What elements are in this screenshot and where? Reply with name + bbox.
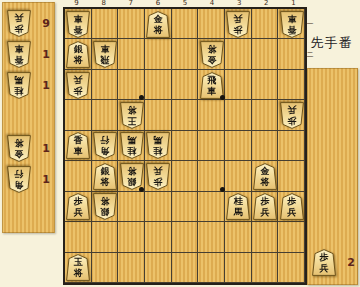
file-label: 9 [63, 0, 90, 7]
square-7-4[interactable]: 王将 [118, 100, 145, 130]
square-9-9[interactable]: 玉将 [65, 253, 92, 283]
piece-gote-pawn: 歩兵 [7, 10, 31, 37]
file-label: 7 [117, 0, 144, 7]
square-8-6[interactable]: 銀将 [92, 161, 119, 191]
square-4-8[interactable] [198, 222, 225, 252]
turn-indicator: 先手番 [303, 34, 360, 52]
square-7-2[interactable] [118, 39, 145, 69]
square-5-4[interactable] [172, 100, 199, 130]
square-6-4[interactable] [145, 100, 172, 130]
piece-sente-silver: 銀将 [66, 41, 90, 68]
hand-slot-lance[interactable]: 香車1 [7, 41, 53, 69]
piece-gote-lance: 香車 [66, 11, 90, 38]
square-1-3[interactable] [278, 70, 305, 100]
square-8-5[interactable]: 角行 [92, 131, 119, 161]
square-2-7[interactable]: 歩兵 [252, 192, 279, 222]
hand-slot-pawn[interactable]: 歩兵9 [7, 10, 53, 38]
piece-gote-knight: 桂馬 [7, 72, 31, 99]
square-2-2[interactable] [252, 39, 279, 69]
piece-gote-lance: 香車 [280, 11, 304, 38]
hand-slot-pawn[interactable]: 歩兵2 [312, 249, 358, 277]
hoshi-dot [220, 95, 225, 100]
piece-sente-knight: 桂馬 [226, 193, 250, 220]
square-9-3[interactable]: 歩兵 [65, 70, 92, 100]
square-4-4[interactable] [198, 100, 225, 130]
square-5-3[interactable] [172, 70, 199, 100]
square-5-8[interactable] [172, 222, 199, 252]
square-8-2[interactable]: 飛車 [92, 39, 119, 69]
square-7-7[interactable] [118, 192, 145, 222]
shogi-board: 香車金将歩兵香車銀将飛車金将歩兵飛車王将歩兵香車角行桂馬桂馬銀将銀将歩兵金将歩兵… [63, 7, 307, 285]
piece-sente-pawn: 歩兵 [280, 193, 304, 220]
piece-gote-pawn: 歩兵 [146, 163, 170, 190]
file-label: 6 [144, 0, 171, 7]
square-7-8[interactable] [118, 222, 145, 252]
square-7-5[interactable]: 桂馬 [118, 131, 145, 161]
hand-count: 1 [39, 142, 53, 156]
square-5-2[interactable] [172, 39, 199, 69]
square-3-1[interactable]: 歩兵 [225, 9, 252, 39]
hand-count: 9 [39, 17, 53, 31]
piece-sente-gold: 金将 [253, 163, 277, 190]
square-3-9[interactable] [225, 253, 252, 283]
piece-gote-knight: 桂馬 [146, 132, 170, 159]
square-3-6[interactable] [225, 161, 252, 191]
square-8-1[interactable] [92, 9, 119, 39]
piece-gote-gold: 金将 [7, 135, 31, 162]
hoshi-dot [139, 187, 144, 192]
hoshi-dot [220, 187, 225, 192]
square-6-2[interactable] [145, 39, 172, 69]
square-8-4[interactable] [92, 100, 119, 130]
square-8-8[interactable] [92, 222, 119, 252]
hand-count: 1 [39, 48, 53, 62]
piece-sente-lance: 香車 [66, 132, 90, 159]
piece-sente-pawn: 歩兵 [312, 249, 336, 276]
square-1-7[interactable]: 歩兵 [278, 192, 305, 222]
piece-gote-silver: 銀将 [120, 163, 144, 190]
square-9-4[interactable] [65, 100, 92, 130]
piece-gote-rook: 飛車 [93, 41, 117, 68]
square-6-7[interactable] [145, 192, 172, 222]
file-label: 4 [199, 0, 226, 7]
square-6-8[interactable] [145, 222, 172, 252]
piece-gote-knight: 桂馬 [120, 132, 144, 159]
square-9-6[interactable] [65, 161, 92, 191]
square-1-5[interactable] [278, 131, 305, 161]
square-6-1[interactable]: 金将 [145, 9, 172, 39]
square-3-3[interactable] [225, 70, 252, 100]
square-6-3[interactable] [145, 70, 172, 100]
hand-slot-bishop[interactable]: 角行1 [7, 166, 53, 194]
square-7-1[interactable] [118, 9, 145, 39]
square-2-1[interactable] [252, 9, 279, 39]
square-2-5[interactable] [252, 131, 279, 161]
square-5-1[interactable] [172, 9, 199, 39]
square-2-3[interactable] [252, 70, 279, 100]
hand-slot-knight[interactable]: 桂馬1 [7, 72, 53, 100]
gote-captured-tray: 歩兵9香車1桂馬1金将1角行1 [2, 2, 55, 233]
piece-gote-pawn: 歩兵 [226, 11, 250, 38]
file-label: 8 [90, 0, 117, 7]
piece-gote-pawn: 歩兵 [280, 102, 304, 129]
square-9-2[interactable]: 銀将 [65, 39, 92, 69]
hand-count: 2 [344, 256, 358, 270]
square-1-4[interactable]: 歩兵 [278, 100, 305, 130]
hand-count: 1 [39, 173, 53, 187]
square-8-3[interactable] [92, 70, 119, 100]
file-label: 5 [171, 0, 198, 7]
square-7-9[interactable] [118, 253, 145, 283]
square-1-1[interactable]: 香車 [278, 9, 305, 39]
hand-count: 1 [39, 79, 53, 93]
square-1-2[interactable] [278, 39, 305, 69]
square-8-9[interactable] [92, 253, 119, 283]
sente-captured-tray: 歩兵2 [307, 68, 358, 285]
square-5-6[interactable] [172, 161, 199, 191]
piece-sente-gold: 金将 [146, 11, 170, 38]
square-4-2[interactable]: 金将 [198, 39, 225, 69]
square-9-7[interactable]: 歩兵 [65, 192, 92, 222]
piece-sente-silver: 銀将 [93, 163, 117, 190]
piece-sente-king: 玉将 [66, 254, 90, 281]
square-2-4[interactable] [252, 100, 279, 130]
square-6-9[interactable] [145, 253, 172, 283]
square-2-9[interactable] [252, 253, 279, 283]
square-4-7[interactable] [198, 192, 225, 222]
hoshi-dot [139, 95, 144, 100]
piece-sente-pawn: 歩兵 [253, 193, 277, 220]
piece-gote-king: 王将 [120, 102, 144, 129]
square-8-7[interactable]: 銀将 [92, 192, 119, 222]
square-1-9[interactable] [278, 253, 305, 283]
square-6-6[interactable]: 歩兵 [145, 161, 172, 191]
square-6-5[interactable]: 桂馬 [145, 131, 172, 161]
hand-slot-gold[interactable]: 金将1 [7, 135, 53, 163]
square-9-5[interactable]: 香車 [65, 131, 92, 161]
piece-gote-pawn: 歩兵 [66, 72, 90, 99]
square-5-9[interactable] [172, 253, 199, 283]
square-3-4[interactable] [225, 100, 252, 130]
square-2-8[interactable] [252, 222, 279, 252]
square-2-6[interactable]: 金将 [252, 161, 279, 191]
square-5-7[interactable] [172, 192, 199, 222]
piece-gote-bishop: 角行 [7, 166, 31, 193]
square-4-9[interactable] [198, 253, 225, 283]
piece-sente-pawn: 歩兵 [66, 193, 90, 220]
square-3-5[interactable] [225, 131, 252, 161]
file-label: 2 [253, 0, 280, 7]
square-4-1[interactable] [198, 9, 225, 39]
square-3-7[interactable]: 桂馬 [225, 192, 252, 222]
square-3-2[interactable] [225, 39, 252, 69]
piece-gote-gold: 金将 [200, 41, 224, 68]
square-9-1[interactable]: 香車 [65, 9, 92, 39]
square-1-6[interactable] [278, 161, 305, 191]
square-1-8[interactable] [278, 222, 305, 252]
square-4-5[interactable] [198, 131, 225, 161]
piece-gote-silver: 銀将 [93, 193, 117, 220]
square-9-8[interactable] [65, 222, 92, 252]
file-labels: 987654321 [63, 0, 307, 7]
square-5-5[interactable] [172, 131, 199, 161]
file-label: 1 [280, 0, 307, 7]
piece-gote-bishop: 角行 [93, 132, 117, 159]
file-label: 3 [226, 0, 253, 7]
piece-gote-lance: 香車 [7, 41, 31, 68]
square-3-8[interactable] [225, 222, 252, 252]
